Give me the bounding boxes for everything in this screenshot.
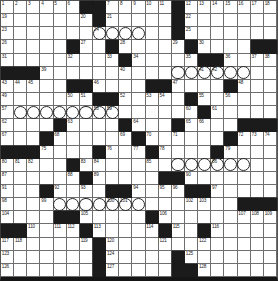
cell-r17c20[interactable]: 108	[251, 211, 264, 224]
cell-r2c20[interactable]	[251, 14, 264, 27]
cell-r6c7[interactable]	[80, 67, 93, 80]
cell-r14c4[interactable]	[40, 172, 53, 185]
cell-r13c20[interactable]	[251, 159, 264, 172]
cell-r6c13[interactable]	[159, 67, 172, 80]
cell-r8c1[interactable]: 49	[1, 93, 14, 106]
cell-r3c13[interactable]	[159, 27, 172, 40]
cell-r19c10[interactable]	[119, 238, 132, 251]
cell-r16c2[interactable]	[14, 198, 27, 211]
cell-r21c4[interactable]	[40, 264, 53, 277]
cell-r10c11[interactable]: 64	[132, 119, 145, 132]
cell-r5c1[interactable]: 31	[1, 54, 14, 67]
cell-r16c18[interactable]	[224, 198, 237, 211]
cell-r3c12[interactable]	[146, 27, 159, 40]
cell-r16c17[interactable]	[211, 198, 224, 211]
cell-r6c15[interactable]	[185, 67, 198, 80]
cell-r15c13[interactable]: 95	[159, 185, 172, 198]
cell-r1c4[interactable]: 4	[40, 1, 53, 14]
cell-r17c2[interactable]	[14, 211, 27, 224]
cell-r13c17[interactable]: 86	[211, 159, 224, 172]
cell-r7c21[interactable]	[264, 80, 277, 93]
cell-r11c21[interactable]: 74	[264, 132, 277, 145]
cell-r8c12[interactable]: 53	[146, 93, 159, 106]
cell-r5c7[interactable]	[80, 54, 93, 67]
cell-r12c13[interactable]: 78	[159, 146, 172, 159]
cell-r2c1[interactable]: 19	[1, 14, 14, 27]
cell-r7c8[interactable]: 46	[93, 80, 106, 93]
cell-r4c2[interactable]	[14, 40, 27, 53]
cell-r13c15[interactable]	[185, 159, 198, 172]
cell-r7c10[interactable]	[119, 80, 132, 93]
cell-r11c17[interactable]	[211, 132, 224, 145]
cell-r1c6[interactable]: 6	[67, 1, 80, 14]
cell-r12c11[interactable]: 77	[132, 146, 145, 159]
cell-r14c8[interactable]: 89	[93, 172, 106, 185]
cell-r10c13[interactable]	[159, 119, 172, 132]
cell-r12c18[interactable]: 79	[224, 146, 237, 159]
cell-r12c6[interactable]	[67, 146, 80, 159]
cell-r11c15[interactable]	[185, 132, 198, 145]
cell-r1c3[interactable]: 3	[27, 1, 40, 14]
cell-r13c11[interactable]	[132, 159, 145, 172]
cell-r1c20[interactable]: 17	[251, 1, 264, 14]
cell-r19c11[interactable]	[132, 238, 145, 251]
cell-r16c6[interactable]	[67, 198, 80, 211]
cell-r4c4[interactable]	[40, 40, 53, 53]
cell-r11c9[interactable]	[106, 132, 119, 145]
cell-r15c6[interactable]	[67, 185, 80, 198]
cell-r2c19[interactable]	[238, 14, 251, 27]
cell-r5c19[interactable]	[238, 54, 251, 67]
cell-r4c1[interactable]: 26	[1, 40, 14, 53]
cell-r13c9[interactable]	[106, 159, 119, 172]
cell-r2c3[interactable]	[27, 14, 40, 27]
cell-r14c20[interactable]	[251, 172, 264, 185]
cell-r3c7[interactable]	[80, 27, 93, 40]
cell-r18c4[interactable]	[40, 224, 53, 237]
cell-r10c1[interactable]: 62	[1, 119, 14, 132]
cell-r13c18[interactable]	[224, 159, 237, 172]
cell-r11c20[interactable]: 73	[251, 132, 264, 145]
cell-r12c21[interactable]	[264, 146, 277, 159]
cell-r2c2[interactable]	[14, 14, 27, 27]
cell-r19c6[interactable]	[67, 238, 80, 251]
cell-r16c15[interactable]: 102	[185, 198, 198, 211]
cell-r5c3[interactable]	[27, 54, 40, 67]
cell-r8c18[interactable]: 56	[224, 93, 237, 106]
cell-r14c15[interactable]: 90	[185, 172, 198, 185]
cell-r9c15[interactable]: 60	[185, 106, 198, 119]
cell-r7c19[interactable]: 48	[238, 80, 251, 93]
cell-r3c9[interactable]	[106, 27, 119, 40]
cell-r8c2[interactable]	[14, 93, 27, 106]
cell-r5c2[interactable]	[14, 54, 27, 67]
cell-r11c16[interactable]	[198, 132, 211, 145]
cell-r18c10[interactable]	[119, 224, 132, 237]
cell-r18c12[interactable]: 114	[146, 224, 159, 237]
cell-r4c12[interactable]	[146, 40, 159, 53]
cell-r11c6[interactable]	[67, 132, 80, 145]
cell-r20c5[interactable]	[54, 251, 67, 264]
cell-r18c5[interactable]: 111	[54, 224, 67, 237]
cell-r20c9[interactable]: 124	[106, 251, 119, 264]
cell-r20c4[interactable]	[40, 251, 53, 264]
cell-r2c9[interactable]: 21	[106, 14, 119, 27]
cell-r3c6[interactable]	[67, 27, 80, 40]
cell-r21c1[interactable]: 126	[1, 264, 14, 277]
cell-r5c21[interactable]: 38	[264, 54, 277, 67]
cell-r7c4[interactable]	[40, 80, 53, 93]
cell-r12c7[interactable]	[80, 146, 93, 159]
cell-r19c4[interactable]	[40, 238, 53, 251]
cell-r10c6[interactable]: 63	[67, 119, 80, 132]
cell-r17c19[interactable]: 107	[238, 211, 251, 224]
cell-r15c2[interactable]	[14, 185, 27, 198]
cell-r6c4[interactable]: 39	[40, 67, 53, 80]
cell-r21c2[interactable]	[14, 264, 27, 277]
cell-r16c10[interactable]: 101	[119, 198, 132, 211]
cell-r12c10[interactable]	[119, 146, 132, 159]
cell-r1c15[interactable]: 12	[185, 1, 198, 14]
cell-r6c10[interactable]: 40	[119, 67, 132, 80]
cell-r19c9[interactable]: 120	[106, 238, 119, 251]
cell-r16c7[interactable]	[80, 198, 93, 211]
cell-r19c13[interactable]: 121	[159, 238, 172, 251]
cell-r14c10[interactable]	[119, 172, 132, 185]
cell-r3c17[interactable]	[211, 27, 224, 40]
cell-r21c12[interactable]	[146, 264, 159, 277]
cell-r13c1[interactable]: 80	[1, 159, 14, 172]
cell-r6c11[interactable]	[132, 67, 145, 80]
cell-r10c15[interactable]: 65	[185, 119, 198, 132]
cell-r13c16[interactable]	[198, 159, 211, 172]
cell-r13c19[interactable]	[238, 159, 251, 172]
cell-r9c13[interactable]	[159, 106, 172, 119]
cell-r3c1[interactable]: 23	[1, 27, 14, 40]
cell-r3c20[interactable]	[251, 27, 264, 40]
cell-r15c19[interactable]	[238, 185, 251, 198]
cell-r6c20[interactable]	[251, 67, 264, 80]
cell-r8c20[interactable]	[251, 93, 264, 106]
cell-r18c20[interactable]	[251, 224, 264, 237]
cell-r18c8[interactable]: 113	[93, 224, 106, 237]
cell-r16c12[interactable]	[146, 198, 159, 211]
cell-r17c1[interactable]: 104	[1, 211, 14, 224]
cell-r5c20[interactable]: 37	[251, 54, 264, 67]
cell-r2c21[interactable]	[264, 14, 277, 27]
cell-r19c14[interactable]	[172, 238, 185, 251]
cell-r1c19[interactable]: 16	[238, 1, 251, 14]
cell-r17c9[interactable]	[106, 211, 119, 224]
cell-r11c8[interactable]	[93, 132, 106, 145]
cell-r5c11[interactable]: 34	[132, 54, 145, 67]
cell-r7c11[interactable]	[132, 80, 145, 93]
cell-r21c18[interactable]	[224, 264, 237, 277]
cell-r9c7[interactable]	[80, 106, 93, 119]
cell-r21c16[interactable]: 128	[198, 264, 211, 277]
cell-r13c12[interactable]: 85	[146, 159, 159, 172]
cell-r14c5[interactable]	[54, 172, 67, 185]
cell-r9c1[interactable]: 57	[1, 106, 14, 119]
cell-r3c11[interactable]	[132, 27, 145, 40]
cell-r14c16[interactable]	[198, 172, 211, 185]
cell-r8c6[interactable]: 50	[67, 93, 80, 106]
cell-r7c17[interactable]	[211, 80, 224, 93]
cell-r14c19[interactable]	[238, 172, 251, 185]
cell-r17c7[interactable]: 105	[80, 211, 93, 224]
cell-r8c14[interactable]	[172, 93, 185, 106]
cell-r16c14[interactable]	[172, 198, 185, 211]
cell-r8c19[interactable]	[238, 93, 251, 106]
cell-r15c14[interactable]: 96	[172, 185, 185, 198]
cell-r1c18[interactable]: 15	[224, 1, 237, 14]
cell-r7c16[interactable]	[198, 80, 211, 93]
cell-r20c19[interactable]	[238, 251, 251, 264]
cell-r9c5[interactable]	[54, 106, 67, 119]
cell-r11c3[interactable]	[27, 132, 40, 145]
cell-r9c10[interactable]	[119, 106, 132, 119]
cell-r19c3[interactable]	[27, 238, 40, 251]
cell-r1c12[interactable]: 10	[146, 1, 159, 14]
cell-r9c18[interactable]	[224, 106, 237, 119]
cell-r13c2[interactable]: 81	[14, 159, 27, 172]
cell-r20c2[interactable]	[14, 251, 27, 264]
cell-r20c13[interactable]	[159, 251, 172, 264]
cell-r20c15[interactable]: 125	[185, 251, 198, 264]
cell-r6c21[interactable]	[264, 67, 277, 80]
cell-r20c16[interactable]	[198, 251, 211, 264]
cell-r5c18[interactable]: 36	[224, 54, 237, 67]
cell-r15c17[interactable]: 97	[211, 185, 224, 198]
cell-r18c19[interactable]	[238, 224, 251, 237]
cell-r14c2[interactable]	[14, 172, 27, 185]
cell-r11c14[interactable]: 71	[172, 132, 185, 145]
cell-r9c8[interactable]: 58	[93, 106, 106, 119]
cell-r19c17[interactable]	[211, 238, 224, 251]
cell-r3c2[interactable]	[14, 27, 27, 40]
cell-r16c4[interactable]: 99	[40, 198, 53, 211]
cell-r15c18[interactable]	[224, 185, 237, 198]
cell-r15c20[interactable]	[251, 185, 264, 198]
cell-r7c9[interactable]	[106, 80, 119, 93]
cell-r11c13[interactable]	[159, 132, 172, 145]
cell-r15c7[interactable]: 93	[80, 185, 93, 198]
cell-r2c4[interactable]	[40, 14, 53, 27]
cell-r20c20[interactable]	[251, 251, 264, 264]
cell-r16c16[interactable]: 103	[198, 198, 211, 211]
cell-r7c14[interactable]: 47	[172, 80, 185, 93]
cell-r13c3[interactable]: 82	[27, 159, 40, 172]
cell-r20c17[interactable]	[211, 251, 224, 264]
cell-r17c8[interactable]	[93, 211, 106, 224]
cell-r11c12[interactable]: 70	[146, 132, 159, 145]
cell-r17c17[interactable]	[211, 211, 224, 224]
cell-r4c7[interactable]: 27	[80, 40, 93, 53]
cell-r1c10[interactable]: 8	[119, 1, 132, 14]
cell-r15c12[interactable]	[146, 185, 159, 198]
cell-r19c16[interactable]: 122	[198, 238, 211, 251]
cell-r17c13[interactable]: 106	[159, 211, 172, 224]
cell-r21c7[interactable]	[80, 264, 93, 277]
cell-r11c1[interactable]: 67	[1, 132, 14, 145]
cell-r13c21[interactable]	[264, 159, 277, 172]
cell-r18c11[interactable]	[132, 224, 145, 237]
cell-r15c1[interactable]: 91	[1, 185, 14, 198]
cell-r7c3[interactable]: 45	[27, 80, 40, 93]
cell-r8c4[interactable]	[40, 93, 53, 106]
cell-r2c15[interactable]: 22	[185, 14, 198, 27]
cell-r19c12[interactable]	[146, 238, 159, 251]
cell-r10c12[interactable]	[146, 119, 159, 132]
cell-r5c12[interactable]	[146, 54, 159, 67]
cell-r20c12[interactable]	[146, 251, 159, 264]
cell-r10c16[interactable]: 66	[198, 119, 211, 132]
cell-r17c4[interactable]	[40, 211, 53, 224]
cell-r20c3[interactable]	[27, 251, 40, 264]
cell-r17c18[interactable]	[224, 211, 237, 224]
cell-r4c11[interactable]	[132, 40, 145, 53]
cell-r12c5[interactable]	[54, 146, 67, 159]
cell-r3c5[interactable]	[54, 27, 67, 40]
cell-r9c17[interactable]: 61	[211, 106, 224, 119]
cell-r13c7[interactable]: 83	[80, 159, 93, 172]
cell-r4c14[interactable]: 29	[172, 40, 185, 53]
cell-r8c7[interactable]: 51	[80, 93, 93, 106]
cell-r1c1[interactable]: 1	[1, 1, 14, 14]
cell-r10c2[interactable]	[14, 119, 27, 132]
cell-r16c8[interactable]	[93, 198, 106, 211]
cell-r13c10[interactable]	[119, 159, 132, 172]
cell-r21c10[interactable]	[119, 264, 132, 277]
cell-r19c5[interactable]	[54, 238, 67, 251]
cell-r8c3[interactable]	[27, 93, 40, 106]
cell-r10c8[interactable]	[93, 119, 106, 132]
cell-r14c21[interactable]	[264, 172, 277, 185]
cell-r14c17[interactable]	[211, 172, 224, 185]
cell-r8c13[interactable]: 54	[159, 93, 172, 106]
cell-r21c19[interactable]	[238, 264, 251, 277]
cell-r17c16[interactable]	[198, 211, 211, 224]
cell-r17c11[interactable]	[132, 211, 145, 224]
cell-r14c6[interactable]: 88	[67, 172, 80, 185]
cell-r16c5[interactable]	[54, 198, 67, 211]
cell-r11c5[interactable]: 68	[54, 132, 67, 145]
cell-r15c5[interactable]: 92	[54, 185, 67, 198]
cell-r3c8[interactable]: 24	[93, 27, 106, 40]
cell-r20c10[interactable]	[119, 251, 132, 264]
cell-r14c12[interactable]	[146, 172, 159, 185]
cell-r10c7[interactable]	[80, 119, 93, 132]
cell-r14c3[interactable]	[27, 172, 40, 185]
cell-r7c2[interactable]: 44	[14, 80, 27, 93]
cell-r18c14[interactable]: 115	[172, 224, 185, 237]
cell-r3c18[interactable]	[224, 27, 237, 40]
cell-r18c18[interactable]	[224, 224, 237, 237]
cell-r20c11[interactable]	[132, 251, 145, 264]
cell-r19c15[interactable]	[185, 238, 198, 251]
cell-r17c10[interactable]	[119, 211, 132, 224]
cell-r19c21[interactable]	[264, 238, 277, 251]
cell-r5c15[interactable]: 35	[185, 54, 198, 67]
cell-r12c15[interactable]	[185, 146, 198, 159]
cell-r21c20[interactable]	[251, 264, 264, 277]
cell-r18c9[interactable]	[106, 224, 119, 237]
cell-r17c15[interactable]	[185, 211, 198, 224]
cell-r4c5[interactable]	[54, 40, 67, 53]
cell-r2c16[interactable]	[198, 14, 211, 27]
cell-r5c6[interactable]: 32	[67, 54, 80, 67]
cell-r12c20[interactable]	[251, 146, 264, 159]
cell-r8c10[interactable]: 52	[119, 93, 132, 106]
cell-r10c17[interactable]	[211, 119, 224, 132]
cell-r11c19[interactable]: 72	[238, 132, 251, 145]
cell-r12c16[interactable]	[198, 146, 211, 159]
cell-r12c4[interactable]: 75	[40, 146, 53, 159]
cell-r5c8[interactable]	[93, 54, 106, 67]
cell-r6c14[interactable]	[172, 67, 185, 80]
cell-r14c9[interactable]	[106, 172, 119, 185]
cell-r19c1[interactable]: 117	[1, 238, 14, 251]
cell-r18c17[interactable]: 116	[211, 224, 224, 237]
cell-r11c10[interactable]: 69	[119, 132, 132, 145]
cell-r5c13[interactable]	[159, 54, 172, 67]
cell-r3c16[interactable]	[198, 27, 211, 40]
cell-r8c21[interactable]	[264, 93, 277, 106]
cell-r1c13[interactable]: 11	[159, 1, 172, 14]
cell-r19c18[interactable]	[224, 238, 237, 251]
cell-r15c3[interactable]	[27, 185, 40, 198]
cell-r5c4[interactable]	[40, 54, 53, 67]
cell-r6c8[interactable]	[93, 67, 106, 80]
cell-r3c4[interactable]	[40, 27, 53, 40]
cell-r12c14[interactable]	[172, 146, 185, 159]
cell-r14c1[interactable]: 87	[1, 172, 14, 185]
cell-r4c8[interactable]	[93, 40, 106, 53]
cell-r14c11[interactable]	[132, 172, 145, 185]
cell-r11c2[interactable]	[14, 132, 27, 145]
cell-r2c18[interactable]	[224, 14, 237, 27]
cell-r2c11[interactable]	[132, 14, 145, 27]
cell-r8c17[interactable]	[211, 93, 224, 106]
cell-r1c9[interactable]: 7	[106, 1, 119, 14]
cell-r6c9[interactable]	[106, 67, 119, 80]
cell-r2c5[interactable]	[54, 14, 67, 27]
cell-r6c5[interactable]	[54, 67, 67, 80]
cell-r9c21[interactable]	[264, 106, 277, 119]
cell-r21c3[interactable]	[27, 264, 40, 277]
cell-r3c3[interactable]	[27, 27, 40, 40]
cell-r1c16[interactable]: 13	[198, 1, 211, 14]
cell-r14c18[interactable]	[224, 172, 237, 185]
cell-r3c10[interactable]	[119, 27, 132, 40]
cell-r4c10[interactable]: 28	[119, 40, 132, 53]
cell-r15c11[interactable]: 94	[132, 185, 145, 198]
cell-r20c1[interactable]: 123	[1, 251, 14, 264]
cell-r21c11[interactable]	[132, 264, 145, 277]
cell-r9c19[interactable]	[238, 106, 251, 119]
cell-r15c8[interactable]	[93, 185, 106, 198]
cell-r1c21[interactable]: 18	[264, 1, 277, 14]
cell-r7c5[interactable]	[54, 80, 67, 93]
cell-r21c9[interactable]: 127	[106, 264, 119, 277]
cell-r9c12[interactable]	[146, 106, 159, 119]
cell-r19c19[interactable]	[238, 238, 251, 251]
cell-r16c1[interactable]: 98	[1, 198, 14, 211]
cell-r4c17[interactable]	[211, 40, 224, 53]
cell-r15c21[interactable]	[264, 185, 277, 198]
cell-r3c19[interactable]	[238, 27, 251, 40]
cell-r16c3[interactable]	[27, 198, 40, 211]
